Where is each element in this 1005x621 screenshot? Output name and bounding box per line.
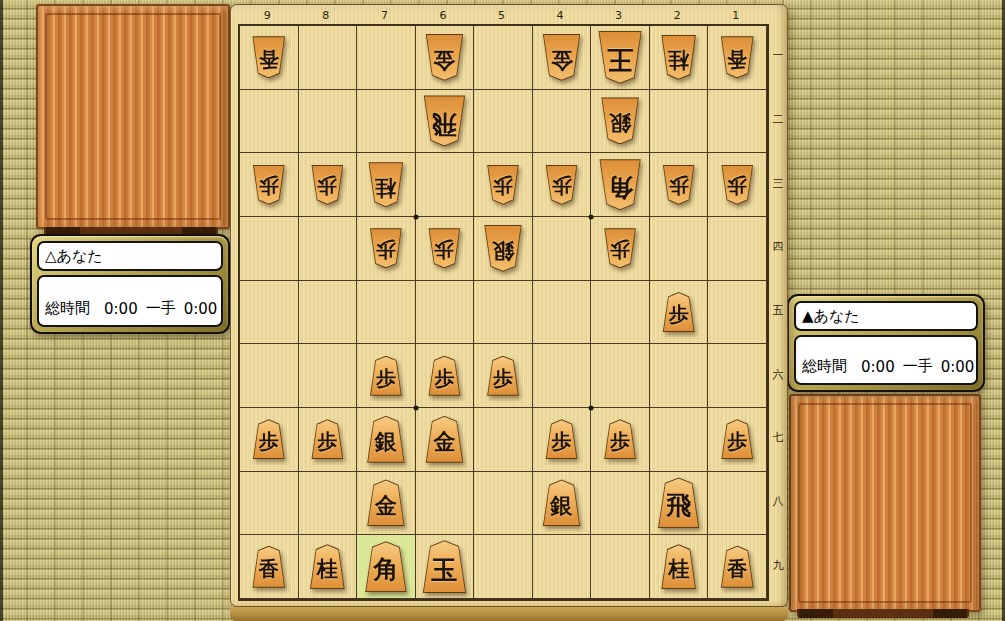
square-38[interactable] xyxy=(591,472,650,536)
piece-kanji: 歩 xyxy=(669,300,689,324)
file-label-1: 1 xyxy=(706,8,765,23)
piece-kanji: 飛 xyxy=(432,106,457,137)
star-point xyxy=(413,406,418,411)
piece-knight-73[interactable]: 桂 xyxy=(368,162,404,207)
square-31[interactable]: 王 xyxy=(591,26,650,90)
file-label-7: 7 xyxy=(355,8,414,23)
sente-stand-feet xyxy=(797,609,969,618)
rank-label-6: 六 xyxy=(769,342,787,406)
square-23[interactable]: 歩 xyxy=(650,153,709,217)
gote-player-panel: △あなた 総時間 0:00 一手 0:00 xyxy=(30,234,230,334)
square-19[interactable]: 香 xyxy=(708,535,767,599)
board-front-edge xyxy=(230,607,788,621)
square-61[interactable]: 金 xyxy=(416,26,475,90)
piece-pawn-53[interactable]: 歩 xyxy=(486,165,519,205)
piece-silver-54[interactable]: 銀 xyxy=(483,225,522,272)
sente-move-time-label: 一手 xyxy=(903,357,933,376)
square-62[interactable]: 飛 xyxy=(416,90,475,154)
square-17[interactable]: 歩 xyxy=(708,408,767,472)
piece-silver-48[interactable]: 銀 xyxy=(542,479,581,526)
piece-pawn-93[interactable]: 歩 xyxy=(252,165,285,205)
square-49[interactable] xyxy=(533,535,592,599)
piece-kanji: 歩 xyxy=(493,172,513,196)
piece-pawn-23[interactable]: 歩 xyxy=(662,165,695,205)
piece-knight-29[interactable]: 桂 xyxy=(661,544,697,589)
rank-label-1: 一 xyxy=(769,24,787,88)
square-32[interactable]: 銀 xyxy=(591,90,650,154)
piece-rook-28[interactable]: 飛 xyxy=(657,477,700,528)
piece-kanji: 銀 xyxy=(609,107,631,134)
square-22[interactable] xyxy=(650,90,709,154)
square-65[interactable] xyxy=(416,281,475,345)
square-28[interactable]: 飛 xyxy=(650,472,709,536)
square-92[interactable] xyxy=(240,90,299,154)
square-53[interactable]: 歩 xyxy=(474,153,533,217)
square-93[interactable]: 歩 xyxy=(240,153,299,217)
star-point xyxy=(413,215,418,220)
piece-kanji: 歩 xyxy=(727,172,747,196)
piece-lance-91[interactable]: 香 xyxy=(252,36,286,78)
piece-gold-61[interactable]: 金 xyxy=(425,34,464,81)
piece-lance-11[interactable]: 香 xyxy=(720,36,754,78)
square-52[interactable] xyxy=(474,90,533,154)
piece-knight-21[interactable]: 桂 xyxy=(661,35,697,80)
piece-kanji: 玉 xyxy=(431,551,457,583)
square-12[interactable] xyxy=(708,90,767,154)
piece-lance-99[interactable]: 香 xyxy=(252,546,286,588)
piece-pawn-17[interactable]: 歩 xyxy=(721,419,754,459)
gote-total-time-value: 0:00 xyxy=(104,300,138,318)
file-label-4: 4 xyxy=(531,8,590,23)
square-73[interactable]: 桂 xyxy=(357,153,416,217)
piece-kanji: 歩 xyxy=(727,427,747,451)
piece-silver-32[interactable]: 銀 xyxy=(601,97,640,144)
square-41[interactable]: 金 xyxy=(533,26,592,90)
square-88[interactable] xyxy=(299,472,358,536)
square-77[interactable]: 銀 xyxy=(357,408,416,472)
file-label-8: 8 xyxy=(297,8,356,23)
file-label-9: 9 xyxy=(238,8,297,23)
rank-label-2: 二 xyxy=(769,88,787,152)
piece-pawn-76[interactable]: 歩 xyxy=(369,356,402,396)
square-75[interactable] xyxy=(357,281,416,345)
piece-kanji: 歩 xyxy=(259,427,279,451)
stand-groove xyxy=(798,403,972,603)
square-13[interactable]: 歩 xyxy=(708,153,767,217)
square-44[interactable] xyxy=(533,217,592,281)
square-96[interactable] xyxy=(240,344,299,408)
square-42[interactable] xyxy=(533,90,592,154)
square-94[interactable] xyxy=(240,217,299,281)
square-51[interactable] xyxy=(474,26,533,90)
piece-pawn-34[interactable]: 歩 xyxy=(604,228,637,268)
rank-label-9: 九 xyxy=(769,533,787,597)
sente-total-time-value: 0:00 xyxy=(861,358,895,376)
square-37[interactable]: 歩 xyxy=(591,408,650,472)
rank-label-8: 八 xyxy=(769,470,787,534)
piece-kanji: 歩 xyxy=(317,172,337,196)
piece-kanji: 香 xyxy=(259,554,279,578)
piece-kanji: 歩 xyxy=(317,427,337,451)
piece-king-31[interactable]: 王 xyxy=(598,31,643,84)
square-21[interactable]: 桂 xyxy=(650,26,709,90)
square-43[interactable]: 歩 xyxy=(533,153,592,217)
square-45[interactable] xyxy=(533,281,592,345)
piece-kanji: 王 xyxy=(607,41,633,73)
rank-label-4: 四 xyxy=(769,215,787,279)
piece-kanji: 金 xyxy=(551,44,573,71)
piece-kanji: 銀 xyxy=(375,426,397,453)
piece-silver-77[interactable]: 銀 xyxy=(366,416,405,463)
square-84[interactable] xyxy=(299,217,358,281)
piece-kanji: 角 xyxy=(608,169,633,200)
sente-clock: 総時間 0:00 一手 0:00 xyxy=(794,335,978,385)
piece-kanji: 歩 xyxy=(552,172,572,196)
square-59[interactable] xyxy=(474,535,533,599)
square-36[interactable] xyxy=(591,344,650,408)
square-55[interactable] xyxy=(474,281,533,345)
piece-kanji: 金 xyxy=(375,489,397,516)
file-label-2: 2 xyxy=(648,8,707,23)
piece-pawn-97[interactable]: 歩 xyxy=(252,419,285,459)
piece-kanji: 金 xyxy=(433,426,455,453)
square-24[interactable] xyxy=(650,217,709,281)
shogi-board: 987654321 一二三四五六七八九 香金金王桂香飛銀歩歩桂歩歩角歩歩歩歩銀歩… xyxy=(230,4,788,607)
piece-kanji: 銀 xyxy=(551,489,573,516)
piece-kanji: 歩 xyxy=(376,363,396,387)
piece-pawn-43[interactable]: 歩 xyxy=(545,165,578,205)
square-71[interactable] xyxy=(357,26,416,90)
piece-pawn-37[interactable]: 歩 xyxy=(604,419,637,459)
piece-kanji: 歩 xyxy=(376,236,396,260)
square-66[interactable]: 歩 xyxy=(416,344,475,408)
square-39[interactable] xyxy=(591,535,650,599)
gote-clock: 総時間 0:00 一手 0:00 xyxy=(37,275,223,327)
rank-label-3: 三 xyxy=(769,151,787,215)
square-67[interactable]: 金 xyxy=(416,408,475,472)
file-label-3: 3 xyxy=(589,8,648,23)
piece-kanji: 金 xyxy=(433,44,455,71)
square-27[interactable] xyxy=(650,408,709,472)
square-14[interactable] xyxy=(708,217,767,281)
square-26[interactable] xyxy=(650,344,709,408)
square-58[interactable] xyxy=(474,472,533,536)
piece-kanji: 桂 xyxy=(317,554,338,580)
sente-move-time-value: 0:00 xyxy=(941,358,975,376)
file-label-5: 5 xyxy=(472,8,531,23)
gote-move-time-value: 0:00 xyxy=(184,300,218,318)
piece-kanji: 香 xyxy=(727,45,747,69)
square-15[interactable] xyxy=(708,281,767,345)
rank-labels: 一二三四五六七八九 xyxy=(769,24,787,597)
piece-kanji: 桂 xyxy=(375,172,396,198)
piece-kanji: 歩 xyxy=(610,427,630,451)
square-74[interactable]: 歩 xyxy=(357,217,416,281)
square-34[interactable]: 歩 xyxy=(591,217,650,281)
gote-move-time-label: 一手 xyxy=(146,299,176,318)
piece-gold-78[interactable]: 金 xyxy=(366,479,405,526)
piece-kanji: 香 xyxy=(727,554,747,578)
square-81[interactable] xyxy=(299,26,358,90)
square-95[interactable] xyxy=(240,281,299,345)
square-46[interactable] xyxy=(533,344,592,408)
star-point xyxy=(589,215,594,220)
square-83[interactable]: 歩 xyxy=(299,153,358,217)
square-29[interactable]: 桂 xyxy=(650,535,709,599)
square-68[interactable] xyxy=(416,472,475,536)
square-11[interactable]: 香 xyxy=(708,26,767,90)
piece-pawn-83[interactable]: 歩 xyxy=(311,165,344,205)
piece-kanji: 歩 xyxy=(259,172,279,196)
square-47[interactable]: 歩 xyxy=(533,408,592,472)
piece-kanji: 香 xyxy=(259,45,279,69)
square-35[interactable] xyxy=(591,281,650,345)
square-91[interactable]: 香 xyxy=(240,26,299,90)
square-25[interactable]: 歩 xyxy=(650,281,709,345)
square-98[interactable] xyxy=(240,472,299,536)
piece-kanji: 角 xyxy=(373,551,398,582)
square-57[interactable] xyxy=(474,408,533,472)
square-54[interactable]: 銀 xyxy=(474,217,533,281)
sente-player-name: ▲あなた xyxy=(794,301,978,331)
square-89[interactable]: 桂 xyxy=(299,535,358,599)
gote-total-time-label: 総時間 xyxy=(45,299,90,318)
piece-kanji: 歩 xyxy=(434,363,454,387)
piece-kanji: 歩 xyxy=(610,236,630,260)
square-79[interactable]: 角 xyxy=(357,535,416,599)
square-18[interactable] xyxy=(708,472,767,536)
square-76[interactable]: 歩 xyxy=(357,344,416,408)
square-64[interactable]: 歩 xyxy=(416,217,475,281)
piece-kanji: 飛 xyxy=(666,488,691,519)
sente-total-time-label: 総時間 xyxy=(802,357,847,376)
piece-pawn-47[interactable]: 歩 xyxy=(545,419,578,459)
star-point xyxy=(589,406,594,411)
piece-bishop-79[interactable]: 角 xyxy=(364,541,407,592)
square-82[interactable] xyxy=(299,90,358,154)
piece-kanji: 歩 xyxy=(493,363,513,387)
sente-piece-stand[interactable] xyxy=(789,394,981,612)
square-72[interactable] xyxy=(357,90,416,154)
piece-rook-62[interactable]: 飛 xyxy=(423,95,466,146)
square-97[interactable]: 歩 xyxy=(240,408,299,472)
piece-lance-19[interactable]: 香 xyxy=(720,546,754,588)
square-33[interactable]: 角 xyxy=(591,153,650,217)
stand-groove xyxy=(45,13,221,220)
board-grid: 香金金王桂香飛銀歩歩桂歩歩角歩歩歩歩銀歩歩歩歩歩歩歩銀金歩歩歩金銀飛香桂角玉桂香 xyxy=(238,24,769,601)
piece-pawn-87[interactable]: 歩 xyxy=(311,419,344,459)
piece-kanji: 銀 xyxy=(492,235,514,262)
piece-pawn-64[interactable]: 歩 xyxy=(428,228,461,268)
piece-pawn-13[interactable]: 歩 xyxy=(721,165,754,205)
piece-bishop-33[interactable]: 角 xyxy=(599,159,642,210)
piece-kanji: 歩 xyxy=(434,236,454,260)
piece-knight-89[interactable]: 桂 xyxy=(309,544,345,589)
file-labels: 987654321 xyxy=(238,8,765,23)
rank-label-7: 七 xyxy=(769,406,787,470)
rank-label-5: 五 xyxy=(769,279,787,343)
file-label-6: 6 xyxy=(414,8,473,23)
piece-pawn-74[interactable]: 歩 xyxy=(369,228,402,268)
piece-gold-41[interactable]: 金 xyxy=(542,34,581,81)
piece-pawn-56[interactable]: 歩 xyxy=(486,356,519,396)
square-78[interactable]: 金 xyxy=(357,472,416,536)
square-99[interactable]: 香 xyxy=(240,535,299,599)
piece-kanji: 歩 xyxy=(669,172,689,196)
square-16[interactable] xyxy=(708,344,767,408)
square-63[interactable] xyxy=(416,153,475,217)
square-56[interactable]: 歩 xyxy=(474,344,533,408)
square-48[interactable]: 銀 xyxy=(533,472,592,536)
piece-kanji: 桂 xyxy=(668,554,689,580)
sente-player-panel: ▲あなた 総時間 0:00 一手 0:00 xyxy=(787,294,985,392)
piece-king-69[interactable]: 玉 xyxy=(422,540,467,593)
tatami-edge-left xyxy=(0,0,3,621)
piece-kanji: 桂 xyxy=(668,44,689,70)
gote-piece-stand[interactable] xyxy=(36,4,230,229)
square-85[interactable] xyxy=(299,281,358,345)
piece-kanji: 歩 xyxy=(552,427,572,451)
square-69[interactable]: 玉 xyxy=(416,535,475,599)
piece-gold-67[interactable]: 金 xyxy=(425,416,464,463)
piece-pawn-66[interactable]: 歩 xyxy=(428,356,461,396)
gote-player-name: △あなた xyxy=(37,241,223,271)
square-87[interactable]: 歩 xyxy=(299,408,358,472)
square-86[interactable] xyxy=(299,344,358,408)
piece-pawn-25[interactable]: 歩 xyxy=(662,292,695,332)
